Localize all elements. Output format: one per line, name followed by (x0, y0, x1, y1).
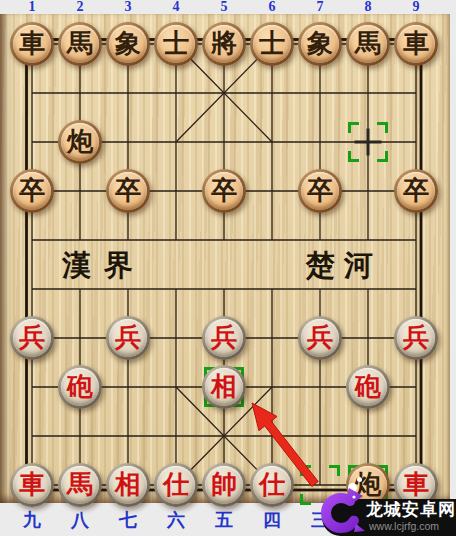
marker-corner (300, 494, 311, 505)
file-label-top-2: 2 (56, 0, 104, 14)
piece-glyph: 兵 (205, 319, 243, 357)
piece-face: 車 (397, 466, 435, 504)
crosshair-icon (355, 128, 382, 155)
piece-face: 車 (13, 25, 51, 63)
piece-red-horse[interactable]: 馬 (58, 463, 102, 507)
piece-glyph: 馬 (61, 25, 99, 63)
piece-face: 相 (205, 368, 243, 406)
piece-glyph: 將 (205, 25, 243, 63)
piece-face: 卒 (205, 172, 243, 210)
file-label-top-8: 8 (344, 0, 392, 14)
piece-glyph: 士 (253, 25, 291, 63)
piece-face: 士 (157, 25, 195, 63)
xiangqi-app-screen: 123456789 漢界 楚河 車馬象士將士象馬車炮卒卒卒卒卒炮兵兵兵兵兵砲相砲… (0, 0, 456, 536)
piece-black-horse[interactable]: 馬 (346, 22, 390, 66)
piece-glyph: 兵 (13, 319, 51, 357)
piece-glyph: 炮 (61, 123, 99, 161)
piece-face: 砲 (349, 368, 387, 406)
piece-glyph: 兵 (301, 319, 339, 357)
piece-face: 馬 (61, 466, 99, 504)
piece-face: 將 (205, 25, 243, 63)
corner-marker (300, 465, 340, 505)
piece-face: 象 (109, 25, 147, 63)
piece-black-advisor[interactable]: 士 (154, 22, 198, 66)
piece-glyph: 士 (157, 25, 195, 63)
piece-face: 仕 (157, 466, 195, 504)
piece-glyph: 卒 (13, 172, 51, 210)
file-label-top-7: 7 (296, 0, 344, 14)
piece-glyph: 車 (13, 25, 51, 63)
piece-face: 帥 (205, 466, 243, 504)
piece-black-soldier[interactable]: 卒 (10, 169, 54, 213)
board-grid[interactable]: 車馬象士將士象馬車炮卒卒卒卒卒炮兵兵兵兵兵砲相砲車馬相仕帥仕車 (8, 19, 440, 509)
piece-red-soldier[interactable]: 兵 (298, 316, 342, 360)
piece-face: 仕 (253, 466, 291, 504)
file-label-bottom-4: 六 (152, 505, 200, 536)
piece-face: 卒 (13, 172, 51, 210)
piece-glyph: 車 (13, 466, 51, 504)
piece-face: 卒 (301, 172, 339, 210)
piece-red-cannon[interactable]: 砲 (58, 365, 102, 409)
file-label-top-5: 5 (200, 0, 248, 14)
piece-face: 炮 (61, 123, 99, 161)
piece-face: 兵 (397, 319, 435, 357)
piece-glyph: 象 (109, 25, 147, 63)
piece-red-advisor[interactable]: 仕 (250, 463, 294, 507)
piece-face: 兵 (205, 319, 243, 357)
piece-glyph: 卒 (397, 172, 435, 210)
piece-face: 車 (13, 466, 51, 504)
piece-black-soldier[interactable]: 卒 (298, 169, 342, 213)
piece-glyph: 象 (301, 25, 339, 63)
marker-corner (300, 465, 311, 476)
file-label-top-9: 9 (392, 0, 440, 14)
bottom-coordinate-strip: 九八七六五四三二一 (8, 505, 440, 536)
piece-glyph: 砲 (349, 368, 387, 406)
piece-face: 象 (301, 25, 339, 63)
piece-red-advisor[interactable]: 仕 (154, 463, 198, 507)
piece-glyph: 仕 (253, 466, 291, 504)
file-label-bottom-2: 八 (56, 505, 104, 536)
piece-red-chariot[interactable]: 車 (394, 463, 438, 507)
marker-corner (329, 465, 340, 476)
piece-black-soldier[interactable]: 卒 (106, 169, 150, 213)
file-label-top-1: 1 (8, 0, 56, 14)
piece-glyph: 卒 (109, 172, 147, 210)
piece-red-elephant[interactable]: 相 (202, 365, 246, 409)
piece-face: 卒 (109, 172, 147, 210)
piece-glyph: 卒 (205, 172, 243, 210)
file-label-bottom-9: 一 (392, 505, 440, 536)
file-label-bottom-6: 四 (248, 505, 296, 536)
piece-red-soldier[interactable]: 兵 (202, 316, 246, 360)
piece-red-chariot[interactable]: 車 (10, 463, 54, 507)
piece-glyph: 車 (397, 466, 435, 504)
piece-black-soldier[interactable]: 卒 (202, 169, 246, 213)
piece-black-chariot[interactable]: 車 (10, 22, 54, 66)
file-label-bottom-1: 九 (8, 505, 56, 536)
piece-face: 馬 (349, 25, 387, 63)
piece-black-horse[interactable]: 馬 (58, 22, 102, 66)
piece-face: 砲 (61, 368, 99, 406)
piece-glyph: 卒 (301, 172, 339, 210)
piece-glyph: 馬 (61, 466, 99, 504)
piece-black-general[interactable]: 將 (202, 22, 246, 66)
piece-red-soldier[interactable]: 兵 (10, 316, 54, 360)
piece-glyph: 車 (397, 25, 435, 63)
piece-face: 相 (109, 466, 147, 504)
piece-face: 車 (397, 25, 435, 63)
piece-red-general[interactable]: 帥 (202, 463, 246, 507)
top-coordinate-strip: 123456789 (8, 0, 440, 14)
piece-black-cannon[interactable]: 炮 (346, 463, 390, 507)
piece-glyph: 兵 (397, 319, 435, 357)
piece-face: 兵 (301, 319, 339, 357)
piece-face: 兵 (13, 319, 51, 357)
file-label-top-6: 6 (248, 0, 296, 14)
piece-face: 炮 (349, 466, 387, 504)
piece-black-advisor[interactable]: 士 (250, 22, 294, 66)
piece-black-elephant[interactable]: 象 (106, 22, 150, 66)
piece-face: 兵 (109, 319, 147, 357)
piece-glyph: 相 (109, 466, 147, 504)
piece-glyph: 馬 (349, 25, 387, 63)
file-label-bottom-3: 七 (104, 505, 152, 536)
file-label-top-3: 3 (104, 0, 152, 14)
marker-corner (329, 494, 340, 505)
piece-black-elephant[interactable]: 象 (298, 22, 342, 66)
piece-glyph: 兵 (109, 319, 147, 357)
piece-face: 卒 (397, 172, 435, 210)
file-label-bottom-8: 二 (344, 505, 392, 536)
piece-black-soldier[interactable]: 卒 (394, 169, 438, 213)
file-label-bottom-7: 三 (296, 505, 344, 536)
piece-red-elephant[interactable]: 相 (106, 463, 150, 507)
crosshair-marker (348, 122, 388, 162)
piece-glyph: 相 (205, 368, 243, 406)
piece-glyph: 帥 (205, 466, 243, 504)
piece-glyph: 炮 (349, 466, 387, 504)
piece-face: 馬 (61, 25, 99, 63)
file-label-bottom-5: 五 (200, 505, 248, 536)
piece-red-soldier[interactable]: 兵 (394, 316, 438, 360)
piece-face: 士 (253, 25, 291, 63)
piece-glyph: 仕 (157, 466, 195, 504)
piece-red-cannon[interactable]: 砲 (346, 365, 390, 409)
piece-red-soldier[interactable]: 兵 (106, 316, 150, 360)
piece-black-cannon[interactable]: 炮 (58, 120, 102, 164)
file-label-top-4: 4 (152, 0, 200, 14)
piece-glyph: 砲 (61, 368, 99, 406)
piece-black-chariot[interactable]: 車 (394, 22, 438, 66)
